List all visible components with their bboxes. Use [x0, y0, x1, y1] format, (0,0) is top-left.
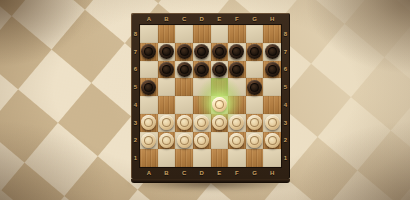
light-piece-c2[interactable]: ⛀: [177, 133, 192, 148]
square-b4[interactable]: [158, 96, 176, 114]
rank-label-8: 8: [281, 25, 290, 43]
dark-piece-d6[interactable]: ⛂: [194, 62, 209, 77]
square-b5[interactable]: [158, 78, 176, 96]
square-f8[interactable]: [228, 25, 246, 43]
rank-labels-right: 87654321: [281, 25, 290, 167]
square-g4[interactable]: [246, 96, 264, 114]
dark-piece-e6[interactable]: ⛂: [212, 62, 227, 77]
light-piece-d3[interactable]: ⛀: [194, 115, 209, 130]
square-d2[interactable]: ⛀: [193, 132, 211, 150]
rank-label-4: 4: [131, 96, 140, 114]
rank-label-7: 7: [281, 43, 290, 61]
square-c7[interactable]: ⛂: [175, 43, 193, 61]
file-label-b: B: [158, 13, 176, 25]
light-piece-e3[interactable]: ⛀: [212, 115, 227, 130]
square-a5[interactable]: ⛂: [140, 78, 158, 96]
square-a4[interactable]: [140, 96, 158, 114]
rank-label-1: 1: [281, 149, 290, 167]
square-h6[interactable]: ⛂: [263, 61, 281, 79]
square-e2[interactable]: [211, 132, 229, 150]
dark-piece-d7[interactable]: ⛂: [194, 44, 209, 59]
file-label-f: F: [228, 167, 246, 179]
file-label-g: G: [246, 13, 264, 25]
square-f3[interactable]: ⛀: [228, 114, 246, 132]
square-h7[interactable]: ⛂: [263, 43, 281, 61]
square-b1[interactable]: [158, 149, 176, 167]
square-a1[interactable]: [140, 149, 158, 167]
square-b8[interactable]: [158, 25, 176, 43]
rank-label-6: 6: [281, 61, 290, 79]
square-d3[interactable]: ⛀: [193, 114, 211, 132]
rank-label-6: 6: [131, 61, 140, 79]
file-label-a: A: [140, 13, 158, 25]
light-piece-d2[interactable]: ⛀: [194, 133, 209, 148]
square-c4[interactable]: [175, 96, 193, 114]
light-piece-g3[interactable]: ⛀: [247, 115, 262, 130]
file-label-a: A: [140, 167, 158, 179]
rank-label-5: 5: [281, 78, 290, 96]
rank-label-3: 3: [131, 114, 140, 132]
square-e6[interactable]: ⛂: [211, 61, 229, 79]
file-label-b: B: [158, 167, 176, 179]
file-label-c: C: [175, 13, 193, 25]
square-e1[interactable]: [211, 149, 229, 167]
square-c1[interactable]: [175, 149, 193, 167]
file-label-e: E: [211, 167, 229, 179]
square-b3[interactable]: ⛀: [158, 114, 176, 132]
dark-piece-c7[interactable]: ⛂: [177, 44, 192, 59]
dark-piece-a7[interactable]: ⛂: [141, 44, 156, 59]
square-c5[interactable]: [175, 78, 193, 96]
square-g5[interactable]: ⛂: [246, 78, 264, 96]
square-c2[interactable]: ⛀: [175, 132, 193, 150]
square-g8[interactable]: [246, 25, 264, 43]
square-h8[interactable]: [263, 25, 281, 43]
square-d8[interactable]: [193, 25, 211, 43]
light-piece-e4[interactable]: ⛀: [212, 97, 227, 112]
dark-piece-f7[interactable]: ⛂: [229, 44, 244, 59]
rank-label-8: 8: [131, 25, 140, 43]
rank-label-5: 5: [131, 78, 140, 96]
game-scene: ABCDEFGH ABCDEFGH 87654321 87654321 ⛂⛂⛂⛂…: [0, 0, 410, 200]
dark-piece-b6[interactable]: ⛂: [159, 62, 174, 77]
dark-piece-c6[interactable]: ⛂: [177, 62, 192, 77]
rank-labels-left: 87654321: [131, 25, 140, 167]
file-label-c: C: [175, 167, 193, 179]
rank-label-2: 2: [131, 132, 140, 150]
square-e5[interactable]: [211, 78, 229, 96]
square-d7[interactable]: ⛂: [193, 43, 211, 61]
square-f5[interactable]: [228, 78, 246, 96]
light-piece-a3[interactable]: ⛀: [141, 115, 156, 130]
square-h2[interactable]: ⛀: [263, 132, 281, 150]
file-label-g: G: [246, 167, 264, 179]
dark-piece-h6[interactable]: ⛂: [265, 62, 280, 77]
square-g3[interactable]: ⛀: [246, 114, 264, 132]
square-e3[interactable]: ⛀: [211, 114, 229, 132]
file-label-d: D: [193, 13, 211, 25]
light-piece-a2[interactable]: ⛀: [141, 133, 156, 148]
square-e4[interactable]: ⛀: [211, 96, 229, 114]
dark-piece-g5[interactable]: ⛂: [247, 80, 262, 95]
square-b6[interactable]: ⛂: [158, 61, 176, 79]
file-label-h: H: [263, 167, 281, 179]
square-c8[interactable]: [175, 25, 193, 43]
light-piece-c3[interactable]: ⛀: [177, 115, 192, 130]
checkers-board: ABCDEFGH ABCDEFGH 87654321 87654321 ⛂⛂⛂⛂…: [131, 13, 290, 179]
square-f2[interactable]: ⛀: [228, 132, 246, 150]
square-h4[interactable]: [263, 96, 281, 114]
dark-piece-f6[interactable]: ⛂: [229, 62, 244, 77]
file-label-f: F: [228, 13, 246, 25]
rank-label-1: 1: [131, 149, 140, 167]
square-b7[interactable]: ⛂: [158, 43, 176, 61]
square-c6[interactable]: ⛂: [175, 61, 193, 79]
rank-label-7: 7: [131, 43, 140, 61]
square-a7[interactable]: ⛂: [140, 43, 158, 61]
square-b2[interactable]: ⛀: [158, 132, 176, 150]
square-f6[interactable]: ⛂: [228, 61, 246, 79]
light-piece-f2[interactable]: ⛀: [229, 133, 244, 148]
dark-piece-e7[interactable]: ⛂: [212, 44, 227, 59]
square-a2[interactable]: ⛀: [140, 132, 158, 150]
light-piece-b3[interactable]: ⛀: [159, 115, 174, 130]
square-e7[interactable]: ⛂: [211, 43, 229, 61]
file-labels-top: ABCDEFGH: [140, 13, 281, 25]
square-g1[interactable]: [246, 149, 264, 167]
square-h3[interactable]: ⛀: [263, 114, 281, 132]
square-a6[interactable]: [140, 61, 158, 79]
square-g2[interactable]: ⛀: [246, 132, 264, 150]
file-label-d: D: [193, 167, 211, 179]
square-h1[interactable]: [263, 149, 281, 167]
square-a3[interactable]: ⛀: [140, 114, 158, 132]
light-piece-b2[interactable]: ⛀: [159, 133, 174, 148]
square-d5[interactable]: [193, 78, 211, 96]
square-g6[interactable]: [246, 61, 264, 79]
square-e8[interactable]: [211, 25, 229, 43]
play-area: ⛂⛂⛂⛂⛂⛂⛂⛂⛂⛂⛂⛂⛂⛂⛂⛂⛀⛀⛀⛀⛀⛀⛀⛀⛀⛀⛀⛀⛀⛀⛀⛀: [140, 25, 281, 167]
dark-piece-g7[interactable]: ⛂: [247, 44, 262, 59]
square-g7[interactable]: ⛂: [246, 43, 264, 61]
square-f4[interactable]: [228, 96, 246, 114]
board-front-edge: [131, 179, 290, 183]
light-piece-h2[interactable]: ⛀: [265, 133, 280, 148]
rank-label-3: 3: [281, 114, 290, 132]
square-f7[interactable]: ⛂: [228, 43, 246, 61]
square-d6[interactable]: ⛂: [193, 61, 211, 79]
dark-piece-h7[interactable]: ⛂: [265, 44, 280, 59]
square-f1[interactable]: [228, 149, 246, 167]
square-d1[interactable]: [193, 149, 211, 167]
file-label-e: E: [211, 13, 229, 25]
dark-piece-a5[interactable]: ⛂: [141, 80, 156, 95]
light-piece-f3[interactable]: ⛀: [229, 115, 244, 130]
rank-label-4: 4: [281, 96, 290, 114]
light-piece-h3[interactable]: ⛀: [265, 115, 280, 130]
file-labels-bottom: ABCDEFGH: [140, 167, 281, 179]
square-d4[interactable]: [193, 96, 211, 114]
file-label-h: H: [263, 13, 281, 25]
light-piece-g2[interactable]: ⛀: [247, 133, 262, 148]
square-c3[interactable]: ⛀: [175, 114, 193, 132]
square-h5[interactable]: [263, 78, 281, 96]
dark-piece-b7[interactable]: ⛂: [159, 44, 174, 59]
rank-label-2: 2: [281, 132, 290, 150]
square-a8[interactable]: [140, 25, 158, 43]
